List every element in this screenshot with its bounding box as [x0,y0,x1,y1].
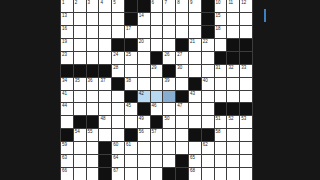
cell-r2c15[interactable] [240,13,252,25]
clue-number-30: 30 [177,65,182,70]
cell-r6c6[interactable] [125,65,137,77]
cell-r12c15[interactable] [240,142,252,154]
cell-r14c5[interactable]: 67 [112,168,124,180]
cell-r1c8[interactable]: 6 [151,0,163,12]
clue-number-57: 57 [152,129,157,134]
black-cell-r8c6 [125,91,137,103]
cell-r5c6[interactable]: 25 [125,52,137,64]
black-cell-r9c14 [227,103,239,115]
cell-r3c7[interactable] [138,26,150,38]
cell-r13c12[interactable] [202,155,214,167]
cell-r2c3[interactable] [87,13,99,25]
cell-r10c14[interactable]: 52 [227,116,239,128]
cell-r5c7[interactable] [138,52,150,64]
black-cell-r6c4 [99,65,111,77]
black-cell-r14c10 [176,168,188,180]
black-cell-r6c2 [74,65,86,77]
cell-r2c14[interactable] [227,13,239,25]
cell-r9c9[interactable] [163,103,175,115]
cell-r13c14[interactable] [227,155,239,167]
clue-number-39: 39 [164,78,169,83]
cell-r8c15[interactable] [240,91,252,103]
cell-r14c6[interactable] [125,168,137,180]
cell-r4c1[interactable]: 19 [61,39,73,51]
cell-r12c3[interactable] [87,142,99,154]
black-cell-r2c6 [125,13,137,25]
cell-r2c4[interactable] [99,13,111,25]
cell-r12c5[interactable]: 60 [112,142,124,154]
cell-r14c1[interactable]: 66 [61,168,73,180]
cell-r13c1[interactable]: 63 [61,155,73,167]
clue-number-48: 48 [100,116,105,121]
cell-r6c10[interactable]: 30 [176,65,188,77]
cell-r5c1[interactable]: 23 [61,52,73,64]
clue-number-3: 3 [88,0,91,5]
cell-r4c9[interactable] [163,39,175,51]
clue-number-23: 23 [62,52,67,57]
cell-r7c9[interactable]: 39 [163,78,175,90]
clue-number-58: 58 [216,129,221,134]
clue-number-25: 25 [126,52,131,57]
cell-r7c4[interactable]: 37 [99,78,111,90]
clue-number-18: 18 [216,26,221,31]
selected-cell-r8c9[interactable] [163,91,175,103]
cell-r7c1[interactable]: 34 [61,78,73,90]
cell-r9c6[interactable]: 45 [125,103,137,115]
cell-r12c14[interactable] [227,142,239,154]
cell-r8c1[interactable]: 41 [61,91,73,103]
cell-r9c5[interactable] [112,103,124,115]
cell-r11c13[interactable]: 58 [215,129,227,141]
cell-r4c2[interactable] [74,39,86,51]
clue-number-5: 5 [113,0,116,5]
cell-r1c1[interactable]: 1 [61,0,73,12]
clue-number-42: 42 [139,91,144,96]
scroll-indicator [264,9,266,22]
clue-number-21: 21 [190,39,195,44]
black-cell-r11c6 [125,129,137,141]
black-cell-r14c4 [99,168,111,180]
cell-r1c14[interactable]: 11 [227,0,239,12]
clue-number-66: 66 [62,168,67,173]
clue-number-31: 31 [216,65,221,70]
cell-r8c4[interactable] [99,91,111,103]
clue-number-67: 67 [113,168,118,173]
cell-r13c3[interactable] [87,155,99,167]
cell-r7c12[interactable]: 40 [202,78,214,90]
clue-number-26: 26 [164,52,169,57]
cell-r6c15[interactable]: 33 [240,65,252,77]
cell-r13c6[interactable] [125,155,137,167]
black-cell-r4c5 [112,39,124,51]
cell-r1c10[interactable]: 8 [176,0,188,12]
cell-r5c10[interactable]: 27 [176,52,188,64]
black-cell-r3c12 [202,26,214,38]
cell-r3c1[interactable]: 16 [61,26,73,38]
cell-r5c2[interactable] [74,52,86,64]
cell-r9c3[interactable] [87,103,99,115]
cell-r5c11[interactable] [189,52,201,64]
cell-r14c15[interactable] [240,168,252,180]
cell-r4c3[interactable] [87,39,99,51]
cell-r1c15[interactable]: 12 [240,0,252,12]
cell-r11c15[interactable] [240,129,252,141]
cell-r11c3[interactable]: 55 [87,129,99,141]
cell-r10c9[interactable]: 50 [163,116,175,128]
black-cell-r1c6 [125,0,137,12]
cell-r11c10[interactable] [176,129,188,141]
clue-number-8: 8 [177,0,180,5]
cell-r2c5[interactable] [112,13,124,25]
cell-r1c9[interactable]: 7 [163,0,175,12]
cell-r9c8[interactable]: 46 [151,103,163,115]
cell-r6c14[interactable]: 32 [227,65,239,77]
cell-r4c12[interactable]: 22 [202,39,214,51]
clue-number-2: 2 [75,0,78,5]
black-cell-r6c1 [61,65,73,77]
black-cell-r10c3 [87,116,99,128]
cell-r8c13[interactable] [215,91,227,103]
cell-r3c13[interactable]: 18 [215,26,227,38]
cell-r8c12[interactable] [202,91,214,103]
black-cell-r13c4 [99,155,111,167]
clue-number-65: 65 [190,155,195,160]
clue-number-29: 29 [152,65,157,70]
clue-number-20: 20 [139,39,144,44]
clue-number-32: 32 [228,65,233,70]
black-cell-r4c14 [227,39,239,51]
clue-number-36: 36 [88,78,93,83]
clue-number-43: 43 [190,91,195,96]
cell-r6c13[interactable]: 31 [215,65,227,77]
clue-number-51: 51 [216,116,221,121]
cell-r9c10[interactable]: 47 [176,103,188,115]
cell-r14c13[interactable] [215,168,227,180]
cell-r6c8[interactable]: 29 [151,65,163,77]
crossword-grid[interactable]: 1234567891011121314151617181920212223242… [60,0,253,180]
black-cell-r4c15 [240,39,252,51]
cell-r8c14[interactable] [227,91,239,103]
black-cell-r13c10 [176,155,188,167]
black-cell-r6c3 [87,65,99,77]
highlighted-cell-r8c8[interactable] [151,91,163,103]
black-cell-r11c1 [61,129,73,141]
cell-r13c2[interactable] [74,155,86,167]
cell-r13c5[interactable]: 64 [112,155,124,167]
cell-r10c1[interactable] [61,116,73,128]
clue-number-68: 68 [190,168,195,173]
cell-r8c11[interactable]: 43 [189,91,201,103]
cell-r11c8[interactable]: 57 [151,129,163,141]
highlighted-cell-r8c7[interactable]: 42 [138,91,150,103]
cell-r6c11[interactable] [189,65,201,77]
clue-number-37: 37 [100,78,105,83]
black-cell-r1c7 [138,0,150,12]
cell-r10c7[interactable]: 49 [138,116,150,128]
cell-r13c11[interactable]: 65 [189,155,201,167]
cell-r3c11[interactable] [189,26,201,38]
black-cell-r11c12 [202,129,214,141]
clue-number-61: 61 [126,142,131,147]
black-cell-r12c4 [99,142,111,154]
clue-number-4: 4 [100,0,103,5]
cell-r10c4[interactable]: 48 [99,116,111,128]
cell-r2c10[interactable] [176,13,188,25]
cell-r3c6[interactable]: 17 [125,26,137,38]
cell-r3c4[interactable] [99,26,111,38]
cell-r12c12[interactable]: 62 [202,142,214,154]
black-cell-r14c9 [163,168,175,180]
clue-number-46: 46 [152,103,157,108]
cell-r12c1[interactable]: 59 [61,142,73,154]
cell-r9c12[interactable] [202,103,214,115]
cell-r14c2[interactable] [74,168,86,180]
cell-r13c8[interactable] [151,155,163,167]
clue-number-10: 10 [216,0,221,5]
clue-number-44: 44 [62,103,67,108]
cell-r12c9[interactable] [163,142,175,154]
clue-number-41: 41 [62,91,67,96]
cell-r4c8[interactable] [151,39,163,51]
clue-number-6: 6 [152,0,155,5]
clue-number-62: 62 [203,142,208,147]
clue-number-47: 47 [177,103,182,108]
cell-r10c6[interactable] [125,116,137,128]
cell-r7c8[interactable] [151,78,163,90]
cell-r3c14[interactable] [227,26,239,38]
cell-r14c7[interactable] [138,168,150,180]
cell-r9c1[interactable]: 44 [61,103,73,115]
clue-number-24: 24 [113,52,118,57]
cell-r12c10[interactable] [176,142,188,154]
clue-number-12: 12 [241,0,246,5]
cell-r7c15[interactable] [240,78,252,90]
black-cell-r10c8 [151,116,163,128]
cell-r13c13[interactable] [215,155,227,167]
black-cell-r2c12 [202,13,214,25]
clue-number-59: 59 [62,142,67,147]
cell-r7c3[interactable]: 36 [87,78,99,90]
cell-r7c7[interactable] [138,78,150,90]
cell-r14c3[interactable] [87,168,99,180]
cell-r8c5[interactable] [112,91,124,103]
cell-r11c14[interactable] [227,129,239,141]
cell-r12c2[interactable] [74,142,86,154]
cell-r11c2[interactable]: 54 [74,129,86,141]
cell-r6c5[interactable]: 28 [112,65,124,77]
black-cell-r1c12 [202,0,214,12]
cell-r5c5[interactable]: 24 [112,52,124,64]
cell-r3c3[interactable] [87,26,99,38]
clue-number-60: 60 [113,142,118,147]
cell-r2c1[interactable]: 13 [61,13,73,25]
cell-r7c14[interactable] [227,78,239,90]
black-cell-r4c6 [125,39,137,51]
cell-r12c6[interactable]: 61 [125,142,137,154]
black-cell-r9c15 [240,103,252,115]
cell-r1c4[interactable]: 4 [99,0,111,12]
cell-r11c4[interactable] [99,129,111,141]
cell-r3c9[interactable] [163,26,175,38]
clue-number-17: 17 [126,26,131,31]
cell-r4c7[interactable]: 20 [138,39,150,51]
cell-r1c5[interactable]: 5 [112,0,124,12]
clue-number-14: 14 [139,13,144,18]
cell-r4c13[interactable] [215,39,227,51]
cell-r5c9[interactable]: 26 [163,52,175,64]
black-cell-r5c13 [215,52,227,64]
cell-r2c11[interactable] [189,13,201,25]
black-cell-r5c14 [227,52,239,64]
cell-r5c12[interactable] [202,52,214,64]
clue-number-45: 45 [126,103,131,108]
black-cell-r7c11 [189,78,201,90]
cell-r11c7[interactable]: 56 [138,129,150,141]
cell-r7c2[interactable]: 35 [74,78,86,90]
black-cell-r6c9 [163,65,175,77]
clue-number-50: 50 [164,116,169,121]
cell-r4c4[interactable] [99,39,111,51]
cell-r12c11[interactable] [189,142,201,154]
cell-r9c4[interactable] [99,103,111,115]
cell-r13c15[interactable] [240,155,252,167]
cell-r3c15[interactable] [240,26,252,38]
clue-number-16: 16 [62,26,67,31]
cell-r5c4[interactable] [99,52,111,64]
cell-r7c10[interactable] [176,78,188,90]
clue-number-27: 27 [177,52,182,57]
clue-number-11: 11 [228,0,233,5]
cell-r1c2[interactable]: 2 [74,0,86,12]
clue-number-63: 63 [62,155,67,160]
clue-number-13: 13 [62,13,67,18]
clue-number-33: 33 [241,65,246,70]
cell-r14c11[interactable]: 68 [189,168,201,180]
cell-r3c8[interactable] [151,26,163,38]
cell-r5c3[interactable] [87,52,99,64]
cell-r14c14[interactable] [227,168,239,180]
cell-r4c11[interactable]: 21 [189,39,201,51]
cell-r12c13[interactable] [215,142,227,154]
cell-r13c9[interactable] [163,155,175,167]
black-cell-r7c5 [112,78,124,90]
cell-r9c11[interactable] [189,103,201,115]
cell-r2c7[interactable]: 14 [138,13,150,25]
cell-r2c13[interactable]: 15 [215,13,227,25]
cell-r2c8[interactable] [151,13,163,25]
cell-r12c8[interactable] [151,142,163,154]
clue-number-1: 1 [62,0,65,5]
black-cell-r4c10 [176,39,188,51]
cell-r7c6[interactable]: 38 [125,78,137,90]
clue-number-15: 15 [216,13,221,18]
clue-number-38: 38 [126,78,131,83]
cell-r10c12[interactable] [202,116,214,128]
cell-r3c2[interactable] [74,26,86,38]
clue-number-35: 35 [75,78,80,83]
clue-number-56: 56 [139,129,144,134]
black-cell-r9c7 [138,103,150,115]
cell-r14c12[interactable] [202,168,214,180]
clue-number-9: 9 [190,0,193,5]
cell-r10c13[interactable]: 51 [215,116,227,128]
cell-r10c10[interactable] [176,116,188,128]
cell-r3c5[interactable] [112,26,124,38]
clue-number-54: 54 [75,129,80,134]
cell-r1c13[interactable]: 10 [215,0,227,12]
cell-r10c15[interactable]: 53 [240,116,252,128]
black-cell-r9c13 [215,103,227,115]
cell-r11c5[interactable] [112,129,124,141]
cell-r10c5[interactable] [112,116,124,128]
black-cell-r8c10 [176,91,188,103]
clue-number-49: 49 [139,116,144,121]
cell-r7c13[interactable] [215,78,227,90]
clue-number-7: 7 [164,0,167,5]
cell-r2c9[interactable] [163,13,175,25]
cell-r6c12[interactable] [202,65,214,77]
clue-number-52: 52 [228,116,233,121]
cell-r3c10[interactable] [176,26,188,38]
clue-number-53: 53 [241,116,246,121]
cell-r14c8[interactable] [151,168,163,180]
black-cell-r5c15 [240,52,252,64]
clue-number-64: 64 [113,155,118,160]
cell-r10c11[interactable] [189,116,201,128]
cell-r2c2[interactable] [74,13,86,25]
cell-r11c9[interactable] [163,129,175,141]
clue-number-40: 40 [203,78,208,83]
cell-r1c11[interactable]: 9 [189,0,201,12]
clue-number-55: 55 [88,129,93,134]
black-cell-r10c2 [74,116,86,128]
cell-r9c2[interactable] [74,103,86,115]
cell-r8c2[interactable] [74,91,86,103]
clue-number-34: 34 [62,78,67,83]
clue-number-22: 22 [203,39,208,44]
black-cell-r5c8 [151,52,163,64]
clue-number-28: 28 [113,65,118,70]
cell-r13c7[interactable] [138,155,150,167]
cell-r6c7[interactable] [138,65,150,77]
clue-number-19: 19 [62,39,67,44]
cell-r1c3[interactable]: 3 [87,0,99,12]
cell-r12c7[interactable] [138,142,150,154]
cell-r8c3[interactable] [87,91,99,103]
black-cell-r11c11 [189,129,201,141]
